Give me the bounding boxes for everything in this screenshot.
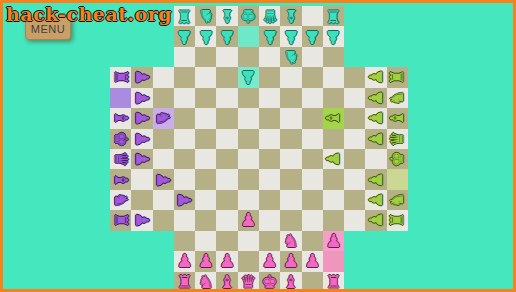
square-j11[interactable] [302, 67, 323, 87]
square-g8[interactable] [238, 129, 259, 149]
teal-pawn[interactable]: ♟ [176, 28, 192, 46]
purple-pawn[interactable]: ♟ [175, 192, 193, 208]
cut-corner [153, 47, 174, 67]
square-n9[interactable]: ♝ [387, 108, 408, 128]
square-j13[interactable]: ♟ [302, 26, 323, 46]
pink-pawn[interactable]: ♟ [283, 252, 299, 270]
square-m11[interactable]: ♟ [365, 67, 386, 87]
cut-corner [387, 251, 408, 271]
pink-knight[interactable]: ♞ [198, 273, 214, 291]
square-g12[interactable] [238, 47, 259, 67]
square-f13[interactable]: ♟ [216, 26, 237, 46]
square-e13[interactable]: ♟ [195, 26, 216, 46]
cut-corner [153, 26, 174, 46]
purple-pawn[interactable]: ♟ [133, 90, 151, 106]
square-l10[interactable] [344, 88, 365, 108]
green-pawn[interactable]: ♟ [367, 90, 385, 106]
square-k3[interactable]: ♟ [323, 231, 344, 251]
square-e10[interactable] [195, 88, 216, 108]
square-e8[interactable] [195, 129, 216, 149]
square-k11[interactable] [323, 67, 344, 87]
square-i1[interactable]: ♝ [280, 272, 301, 292]
square-b9[interactable]: ♟ [131, 108, 152, 128]
cut-corner [153, 272, 174, 292]
square-n8[interactable]: ♛ [387, 129, 408, 149]
square-e3[interactable] [195, 231, 216, 251]
square-m9[interactable]: ♟ [365, 108, 386, 128]
cut-corner [365, 231, 386, 251]
square-a9[interactable]: ♝ [110, 108, 131, 128]
square-h6[interactable] [259, 169, 280, 189]
cut-corner [387, 231, 408, 251]
square-d3[interactable] [174, 231, 195, 251]
purple-king[interactable]: ♚ [112, 131, 130, 147]
cut-corner [365, 272, 386, 292]
purple-knight[interactable]: ♞ [112, 192, 130, 208]
teal-pawn[interactable]: ♟ [304, 28, 320, 46]
cut-corner [131, 47, 152, 67]
cut-corner [110, 26, 131, 46]
game-screen: ♜♞♝♚♛♝♜♟♟♟♟♟♟♟♞♜♟♟♟♜♟♟♞♝♟♞♝♟♝♚♟♟♛♛♟♟♚♝♟♟… [0, 0, 516, 292]
green-knight[interactable]: ♞ [388, 192, 406, 208]
square-c10[interactable] [153, 88, 174, 108]
square-e4[interactable] [195, 210, 216, 230]
cut-corner [365, 47, 386, 67]
cut-corner [153, 251, 174, 271]
square-b11[interactable]: ♟ [131, 67, 152, 87]
green-pawn[interactable]: ♟ [367, 69, 385, 85]
cut-corner [344, 272, 365, 292]
square-l4[interactable] [344, 210, 365, 230]
square-i9[interactable] [280, 108, 301, 128]
teal-rook[interactable]: ♜ [325, 7, 341, 25]
square-f2[interactable]: ♟ [216, 251, 237, 271]
square-m10[interactable]: ♟ [365, 88, 386, 108]
square-f1[interactable]: ♝ [216, 272, 237, 292]
cut-corner [365, 26, 386, 46]
square-e12[interactable] [195, 47, 216, 67]
purple-knight[interactable]: ♞ [154, 110, 172, 126]
square-f12[interactable] [216, 47, 237, 67]
square-e6[interactable] [195, 169, 216, 189]
square-d7[interactable] [174, 149, 195, 169]
green-king[interactable]: ♚ [388, 151, 406, 167]
cut-corner [344, 26, 365, 46]
teal-pawn[interactable]: ♟ [262, 28, 278, 46]
square-d5[interactable]: ♟ [174, 190, 195, 210]
square-f6[interactable] [216, 169, 237, 189]
pink-bishop[interactable]: ♝ [283, 273, 299, 291]
cut-corner [344, 6, 365, 26]
square-a4[interactable]: ♜ [110, 210, 131, 230]
square-h5[interactable] [259, 190, 280, 210]
square-f5[interactable] [216, 190, 237, 210]
square-d4[interactable] [174, 210, 195, 230]
green-pawn[interactable]: ♟ [367, 192, 385, 208]
square-b4[interactable]: ♟ [131, 210, 152, 230]
square-j5[interactable] [302, 190, 323, 210]
green-pawn[interactable]: ♟ [324, 151, 342, 167]
green-bishop[interactable]: ♝ [388, 110, 406, 126]
square-f14[interactable]: ♝ [216, 6, 237, 26]
pink-pawn[interactable]: ♟ [198, 252, 214, 270]
square-d10[interactable] [174, 88, 195, 108]
square-a10[interactable] [110, 88, 131, 108]
square-i5[interactable] [280, 190, 301, 210]
cut-corner [131, 251, 152, 271]
square-n11[interactable]: ♜ [387, 67, 408, 87]
purple-rook[interactable]: ♜ [112, 212, 130, 228]
teal-knight[interactable]: ♞ [198, 7, 214, 25]
teal-rook[interactable]: ♜ [176, 7, 192, 25]
square-c5[interactable] [153, 190, 174, 210]
square-g11[interactable]: ♟ [238, 67, 259, 87]
purple-pawn[interactable]: ♟ [133, 69, 151, 85]
square-g10[interactable] [238, 88, 259, 108]
square-i4[interactable] [280, 210, 301, 230]
square-h3[interactable] [259, 231, 280, 251]
square-m4[interactable]: ♟ [365, 210, 386, 230]
cut-corner [387, 6, 408, 26]
square-b5[interactable] [131, 190, 152, 210]
square-k6[interactable] [323, 169, 344, 189]
square-e14[interactable]: ♞ [195, 6, 216, 26]
square-i14[interactable]: ♝ [280, 6, 301, 26]
square-f8[interactable] [216, 129, 237, 149]
square-h7[interactable] [259, 149, 280, 169]
square-k7[interactable]: ♟ [323, 149, 344, 169]
purple-rook[interactable]: ♜ [112, 69, 130, 85]
pink-rook[interactable]: ♜ [176, 273, 192, 291]
square-k1[interactable]: ♜ [323, 272, 344, 292]
square-d12[interactable] [174, 47, 195, 67]
square-a6[interactable]: ♝ [110, 169, 131, 189]
square-c6[interactable]: ♟ [153, 169, 174, 189]
teal-king[interactable]: ♚ [240, 7, 256, 25]
square-i12[interactable]: ♞ [280, 47, 301, 67]
square-b10[interactable]: ♟ [131, 88, 152, 108]
pink-pawn[interactable]: ♟ [240, 211, 256, 229]
square-g2[interactable] [238, 251, 259, 271]
green-pawn[interactable]: ♟ [367, 110, 385, 126]
square-c11[interactable] [153, 67, 174, 87]
cut-corner [387, 47, 408, 67]
square-j6[interactable] [302, 169, 323, 189]
green-pawn[interactable]: ♟ [367, 172, 385, 188]
cut-corner [110, 47, 131, 67]
board: ♜♞♝♚♛♝♜♟♟♟♟♟♟♟♞♜♟♟♟♜♟♟♞♝♟♞♝♟♝♚♟♟♛♛♟♟♚♝♟♟… [110, 6, 408, 292]
cut-corner [110, 231, 131, 251]
square-k8[interactable] [323, 129, 344, 149]
square-j9[interactable] [302, 108, 323, 128]
square-i8[interactable] [280, 129, 301, 149]
green-pawn[interactable]: ♟ [367, 212, 385, 228]
square-l7[interactable] [344, 149, 365, 169]
teal-queen[interactable]: ♛ [262, 7, 278, 25]
square-i13[interactable]: ♟ [280, 26, 301, 46]
square-l6[interactable] [344, 169, 365, 189]
purple-pawn[interactable]: ♟ [133, 151, 151, 167]
green-rook[interactable]: ♜ [388, 212, 406, 228]
square-d8[interactable] [174, 129, 195, 149]
square-e1[interactable]: ♞ [195, 272, 216, 292]
square-n4[interactable]: ♜ [387, 210, 408, 230]
purple-bishop[interactable]: ♝ [112, 110, 130, 126]
square-c7[interactable] [153, 149, 174, 169]
square-n6[interactable] [387, 169, 408, 189]
cut-corner [387, 26, 408, 46]
pink-queen[interactable]: ♛ [240, 273, 256, 291]
square-i7[interactable] [280, 149, 301, 169]
pink-pawn[interactable]: ♟ [262, 252, 278, 270]
square-f7[interactable] [216, 149, 237, 169]
green-queen[interactable]: ♛ [388, 131, 406, 147]
square-h11[interactable] [259, 67, 280, 87]
pink-knight[interactable]: ♞ [283, 232, 299, 250]
square-d2[interactable]: ♟ [174, 251, 195, 271]
square-n5[interactable]: ♞ [387, 190, 408, 210]
pink-pawn[interactable]: ♟ [176, 252, 192, 270]
square-h9[interactable] [259, 108, 280, 128]
square-m7[interactable] [365, 149, 386, 169]
square-e11[interactable] [195, 67, 216, 87]
square-f9[interactable] [216, 108, 237, 128]
square-g6[interactable] [238, 169, 259, 189]
square-i10[interactable] [280, 88, 301, 108]
square-a5[interactable]: ♞ [110, 190, 131, 210]
square-h14[interactable]: ♛ [259, 6, 280, 26]
cut-corner [365, 6, 386, 26]
square-k2[interactable] [323, 251, 344, 271]
green-bishop[interactable]: ♝ [324, 110, 342, 126]
teal-bishop[interactable]: ♝ [219, 7, 235, 25]
purple-queen[interactable]: ♛ [112, 151, 130, 167]
square-g7[interactable] [238, 149, 259, 169]
teal-pawn[interactable]: ♟ [219, 28, 235, 46]
purple-pawn[interactable]: ♟ [133, 110, 151, 126]
teal-pawn[interactable]: ♟ [198, 28, 214, 46]
square-h8[interactable] [259, 129, 280, 149]
square-j8[interactable] [302, 129, 323, 149]
square-g4[interactable]: ♟ [238, 210, 259, 230]
teal-pawn[interactable]: ♟ [240, 68, 256, 86]
square-k9[interactable]: ♝ [323, 108, 344, 128]
cut-corner [131, 231, 152, 251]
square-g13[interactable] [238, 26, 259, 46]
green-knight[interactable]: ♞ [388, 90, 406, 106]
cut-corner [344, 251, 365, 271]
purple-pawn[interactable]: ♟ [154, 172, 172, 188]
square-f10[interactable] [216, 88, 237, 108]
cut-corner [153, 231, 174, 251]
square-e9[interactable] [195, 108, 216, 128]
square-n7[interactable]: ♚ [387, 149, 408, 169]
square-f3[interactable] [216, 231, 237, 251]
pink-pawn[interactable]: ♟ [325, 232, 341, 250]
square-h2[interactable]: ♟ [259, 251, 280, 271]
square-k10[interactable] [323, 88, 344, 108]
square-l5[interactable] [344, 190, 365, 210]
square-d14[interactable]: ♜ [174, 6, 195, 26]
teal-pawn[interactable]: ♟ [325, 28, 341, 46]
square-l9[interactable] [344, 108, 365, 128]
square-a8[interactable]: ♚ [110, 129, 131, 149]
teal-knight[interactable]: ♞ [283, 48, 299, 66]
square-f4[interactable] [216, 210, 237, 230]
square-e7[interactable] [195, 149, 216, 169]
square-m6[interactable]: ♟ [365, 169, 386, 189]
cut-corner [131, 272, 152, 292]
pink-pawn[interactable]: ♟ [304, 252, 320, 270]
square-k4[interactable] [323, 210, 344, 230]
square-d9[interactable] [174, 108, 195, 128]
square-n10[interactable]: ♞ [387, 88, 408, 108]
square-d11[interactable] [174, 67, 195, 87]
square-k12[interactable] [323, 47, 344, 67]
square-j3[interactable] [302, 231, 323, 251]
square-m8[interactable]: ♟ [365, 129, 386, 149]
square-c4[interactable] [153, 210, 174, 230]
square-h13[interactable]: ♟ [259, 26, 280, 46]
square-h10[interactable] [259, 88, 280, 108]
square-g3[interactable] [238, 231, 259, 251]
square-h4[interactable] [259, 210, 280, 230]
square-k5[interactable] [323, 190, 344, 210]
purple-pawn[interactable]: ♟ [133, 131, 151, 147]
square-c8[interactable] [153, 129, 174, 149]
cut-corner [344, 231, 365, 251]
square-b8[interactable]: ♟ [131, 129, 152, 149]
cut-corner [365, 251, 386, 271]
square-f11[interactable] [216, 67, 237, 87]
cut-corner [110, 251, 131, 271]
square-j12[interactable] [302, 47, 323, 67]
square-g9[interactable] [238, 108, 259, 128]
square-j10[interactable] [302, 88, 323, 108]
square-j2[interactable]: ♟ [302, 251, 323, 271]
square-m5[interactable]: ♟ [365, 190, 386, 210]
square-d13[interactable]: ♟ [174, 26, 195, 46]
pink-bishop[interactable]: ♝ [219, 273, 235, 291]
square-i2[interactable]: ♟ [280, 251, 301, 271]
square-a11[interactable]: ♜ [110, 67, 131, 87]
teal-pawn[interactable]: ♟ [283, 28, 299, 46]
teal-bishop[interactable]: ♝ [283, 7, 299, 25]
watermark-text: hack-cheat.org [6, 3, 172, 25]
square-g1[interactable]: ♛ [238, 272, 259, 292]
square-k14[interactable]: ♜ [323, 6, 344, 26]
cut-corner [387, 272, 408, 292]
square-e2[interactable]: ♟ [195, 251, 216, 271]
square-b7[interactable]: ♟ [131, 149, 152, 169]
square-d6[interactable] [174, 169, 195, 189]
cut-corner [110, 272, 131, 292]
square-g5[interactable] [238, 190, 259, 210]
pink-king[interactable]: ♚ [262, 273, 278, 291]
purple-pawn[interactable]: ♟ [133, 212, 151, 228]
square-j7[interactable] [302, 149, 323, 169]
square-i11[interactable] [280, 67, 301, 87]
green-rook[interactable]: ♜ [388, 69, 406, 85]
green-pawn[interactable]: ♟ [367, 131, 385, 147]
square-d1[interactable]: ♜ [174, 272, 195, 292]
square-h12[interactable] [259, 47, 280, 67]
square-l11[interactable] [344, 67, 365, 87]
pink-pawn[interactable]: ♟ [219, 252, 235, 270]
cut-corner [131, 26, 152, 46]
square-h1[interactable]: ♚ [259, 272, 280, 292]
square-c9[interactable]: ♞ [153, 108, 174, 128]
square-j1[interactable] [302, 272, 323, 292]
square-l8[interactable] [344, 129, 365, 149]
square-i3[interactable]: ♞ [280, 231, 301, 251]
square-k13[interactable]: ♟ [323, 26, 344, 46]
square-b6[interactable] [131, 169, 152, 189]
square-j14[interactable] [302, 6, 323, 26]
square-j4[interactable] [302, 210, 323, 230]
pink-rook[interactable]: ♜ [325, 273, 341, 291]
square-i6[interactable] [280, 169, 301, 189]
purple-bishop[interactable]: ♝ [112, 172, 130, 188]
square-g14[interactable]: ♚ [238, 6, 259, 26]
square-e5[interactable] [195, 190, 216, 210]
square-a7[interactable]: ♛ [110, 149, 131, 169]
cut-corner [344, 47, 365, 67]
